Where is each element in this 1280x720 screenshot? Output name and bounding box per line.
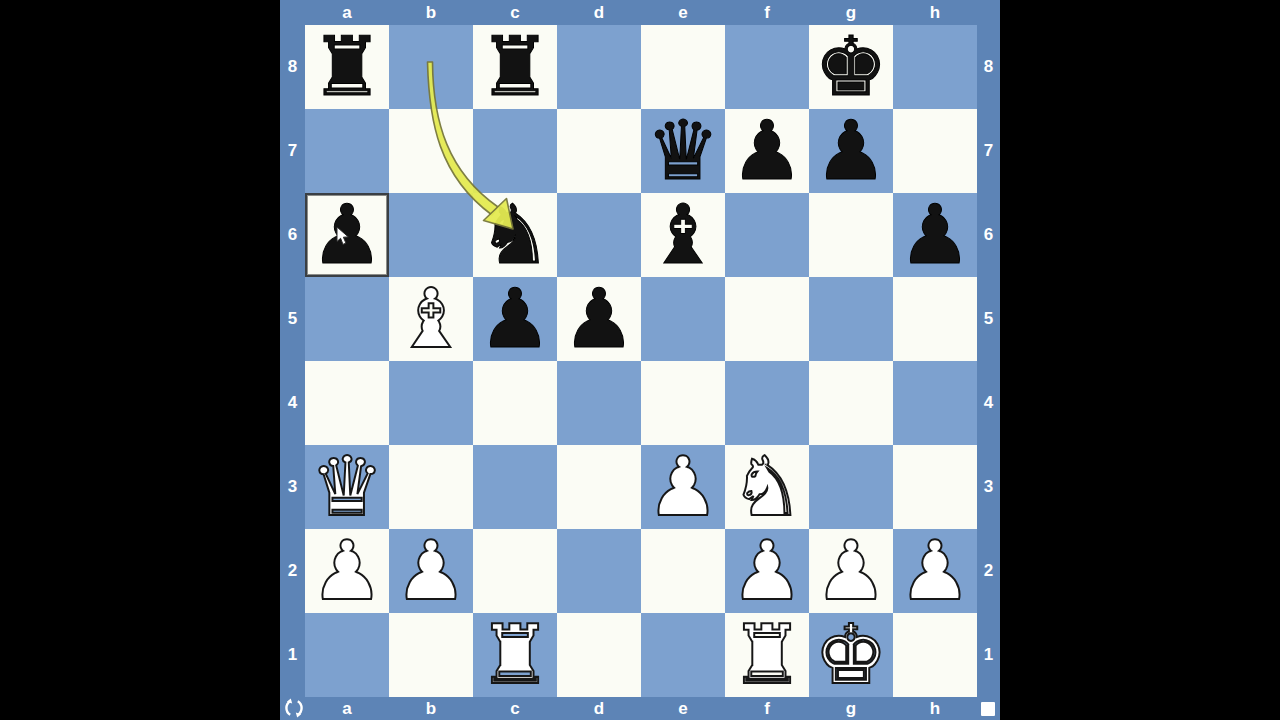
square-b8[interactable] bbox=[389, 25, 473, 109]
piece-white-pawn[interactable]: ♟ bbox=[646, 445, 720, 529]
square-d2[interactable] bbox=[557, 529, 641, 613]
square-d3[interactable] bbox=[557, 445, 641, 529]
square-b4[interactable] bbox=[389, 361, 473, 445]
piece-white-rook[interactable]: ♜ bbox=[478, 613, 552, 697]
piece-white-pawn[interactable]: ♟ bbox=[814, 529, 888, 613]
square-e1[interactable] bbox=[641, 613, 725, 697]
file-label-h: h bbox=[893, 0, 977, 25]
square-a2[interactable]: ♟ bbox=[305, 529, 389, 613]
board-grid: ♜♜♚♛♟♟♟♞♝♟♝♟♟♛♟♞♟♟♟♟♟♜♜♚ bbox=[305, 25, 977, 697]
piece-white-pawn[interactable]: ♟ bbox=[730, 529, 804, 613]
square-a3[interactable]: ♛ bbox=[305, 445, 389, 529]
square-e2[interactable] bbox=[641, 529, 725, 613]
piece-white-bishop[interactable]: ♝ bbox=[394, 277, 468, 361]
square-h6[interactable]: ♟ bbox=[893, 193, 977, 277]
piece-white-rook[interactable]: ♜ bbox=[730, 613, 804, 697]
square-b7[interactable] bbox=[389, 109, 473, 193]
square-d7[interactable] bbox=[557, 109, 641, 193]
piece-black-pawn[interactable]: ♟ bbox=[730, 109, 804, 193]
square-f2[interactable]: ♟ bbox=[725, 529, 809, 613]
rank-label-4: 4 bbox=[977, 361, 1000, 445]
square-a5[interactable] bbox=[305, 277, 389, 361]
piece-white-pawn[interactable]: ♟ bbox=[898, 529, 972, 613]
square-g5[interactable] bbox=[809, 277, 893, 361]
square-d1[interactable] bbox=[557, 613, 641, 697]
flip-board-icon[interactable] bbox=[284, 698, 304, 718]
piece-white-king[interactable]: ♚ bbox=[814, 613, 888, 697]
square-h7[interactable] bbox=[893, 109, 977, 193]
square-h5[interactable] bbox=[893, 277, 977, 361]
rank-label-3: 3 bbox=[280, 445, 305, 529]
square-d6[interactable] bbox=[557, 193, 641, 277]
stop-square-icon[interactable] bbox=[981, 702, 995, 716]
square-a8[interactable]: ♜ bbox=[305, 25, 389, 109]
square-e3[interactable]: ♟ bbox=[641, 445, 725, 529]
rank-label-1: 1 bbox=[977, 613, 1000, 697]
file-label-h: h bbox=[893, 697, 977, 720]
square-f6[interactable] bbox=[725, 193, 809, 277]
square-h2[interactable]: ♟ bbox=[893, 529, 977, 613]
piece-black-pawn[interactable]: ♟ bbox=[310, 193, 384, 277]
rank-label-8: 8 bbox=[280, 25, 305, 109]
rank-label-1: 1 bbox=[280, 613, 305, 697]
square-a1[interactable] bbox=[305, 613, 389, 697]
square-e8[interactable] bbox=[641, 25, 725, 109]
rank-label-2: 2 bbox=[977, 529, 1000, 613]
square-c7[interactable] bbox=[473, 109, 557, 193]
video-frame: abcdefgh abcdefgh 87654321 87654321 ♜♜♚♛… bbox=[0, 0, 1280, 720]
square-c8[interactable]: ♜ bbox=[473, 25, 557, 109]
square-e7[interactable]: ♛ bbox=[641, 109, 725, 193]
square-f5[interactable] bbox=[725, 277, 809, 361]
rank-label-3: 3 bbox=[977, 445, 1000, 529]
square-e4[interactable] bbox=[641, 361, 725, 445]
square-h8[interactable] bbox=[893, 25, 977, 109]
piece-black-rook[interactable]: ♜ bbox=[478, 25, 552, 109]
chess-board: abcdefgh abcdefgh 87654321 87654321 ♜♜♚♛… bbox=[280, 0, 1000, 720]
piece-black-knight[interactable]: ♞ bbox=[478, 193, 552, 277]
square-g8[interactable]: ♚ bbox=[809, 25, 893, 109]
file-label-e: e bbox=[641, 0, 725, 25]
square-c4[interactable] bbox=[473, 361, 557, 445]
square-a6[interactable]: ♟ bbox=[305, 193, 389, 277]
rank-label-8: 8 bbox=[977, 25, 1000, 109]
square-f7[interactable]: ♟ bbox=[725, 109, 809, 193]
piece-black-queen[interactable]: ♛ bbox=[646, 109, 720, 193]
file-label-d: d bbox=[557, 0, 641, 25]
square-f4[interactable] bbox=[725, 361, 809, 445]
piece-white-pawn[interactable]: ♟ bbox=[394, 529, 468, 613]
piece-black-king[interactable]: ♚ bbox=[814, 25, 888, 109]
square-b1[interactable] bbox=[389, 613, 473, 697]
piece-black-pawn[interactable]: ♟ bbox=[898, 193, 972, 277]
rank-labels-left: 87654321 bbox=[280, 25, 305, 697]
piece-white-pawn[interactable]: ♟ bbox=[310, 529, 384, 613]
rank-label-7: 7 bbox=[280, 109, 305, 193]
square-b3[interactable] bbox=[389, 445, 473, 529]
square-c3[interactable] bbox=[473, 445, 557, 529]
piece-black-pawn[interactable]: ♟ bbox=[562, 277, 636, 361]
square-d8[interactable] bbox=[557, 25, 641, 109]
square-f3[interactable]: ♞ bbox=[725, 445, 809, 529]
rank-label-4: 4 bbox=[280, 361, 305, 445]
rank-label-5: 5 bbox=[280, 277, 305, 361]
rank-labels-right: 87654321 bbox=[977, 25, 1000, 697]
square-g7[interactable]: ♟ bbox=[809, 109, 893, 193]
square-d5[interactable]: ♟ bbox=[557, 277, 641, 361]
square-b6[interactable] bbox=[389, 193, 473, 277]
file-label-d: d bbox=[557, 697, 641, 720]
square-d4[interactable] bbox=[557, 361, 641, 445]
rank-label-6: 6 bbox=[280, 193, 305, 277]
file-label-f: f bbox=[725, 0, 809, 25]
rank-label-2: 2 bbox=[280, 529, 305, 613]
file-label-b: b bbox=[389, 697, 473, 720]
square-c5[interactable]: ♟ bbox=[473, 277, 557, 361]
square-g2[interactable]: ♟ bbox=[809, 529, 893, 613]
rank-label-7: 7 bbox=[977, 109, 1000, 193]
rank-label-6: 6 bbox=[977, 193, 1000, 277]
square-h4[interactable] bbox=[893, 361, 977, 445]
square-h3[interactable] bbox=[893, 445, 977, 529]
square-c1[interactable]: ♜ bbox=[473, 613, 557, 697]
square-g4[interactable] bbox=[809, 361, 893, 445]
piece-black-pawn[interactable]: ♟ bbox=[478, 277, 552, 361]
file-label-e: e bbox=[641, 697, 725, 720]
file-label-b: b bbox=[389, 0, 473, 25]
square-e5[interactable] bbox=[641, 277, 725, 361]
square-f1[interactable]: ♜ bbox=[725, 613, 809, 697]
square-g1[interactable]: ♚ bbox=[809, 613, 893, 697]
file-label-a: a bbox=[305, 697, 389, 720]
square-c6[interactable]: ♞ bbox=[473, 193, 557, 277]
square-e6[interactable]: ♝ bbox=[641, 193, 725, 277]
square-f8[interactable] bbox=[725, 25, 809, 109]
square-c2[interactable] bbox=[473, 529, 557, 613]
square-b2[interactable]: ♟ bbox=[389, 529, 473, 613]
square-g6[interactable] bbox=[809, 193, 893, 277]
square-g3[interactable] bbox=[809, 445, 893, 529]
piece-black-rook[interactable]: ♜ bbox=[310, 25, 384, 109]
square-a4[interactable] bbox=[305, 361, 389, 445]
piece-white-queen[interactable]: ♛ bbox=[310, 445, 384, 529]
piece-black-bishop[interactable]: ♝ bbox=[646, 193, 720, 277]
rank-label-5: 5 bbox=[977, 277, 1000, 361]
piece-black-pawn[interactable]: ♟ bbox=[814, 109, 888, 193]
square-a7[interactable] bbox=[305, 109, 389, 193]
square-h1[interactable] bbox=[893, 613, 977, 697]
piece-white-knight[interactable]: ♞ bbox=[730, 445, 804, 529]
square-b5[interactable]: ♝ bbox=[389, 277, 473, 361]
